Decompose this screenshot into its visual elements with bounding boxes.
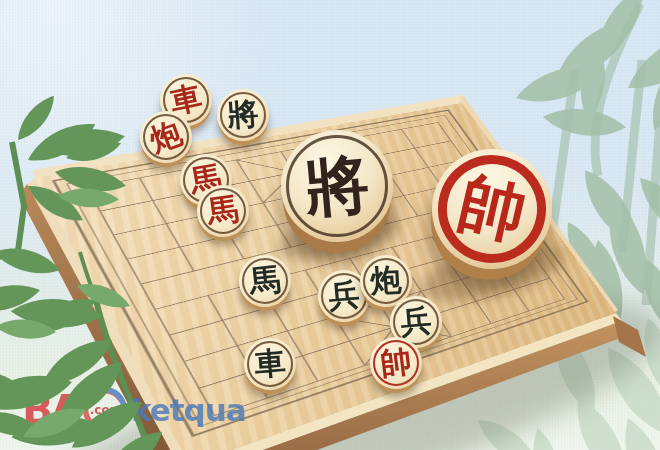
piece-black-chariot[interactable]: 車 (244, 338, 296, 390)
piece-red-cannon[interactable]: 炮 (140, 111, 192, 163)
piece-char: 車 (242, 336, 298, 392)
piece-char: 馬 (194, 182, 253, 241)
piece-char: 帥 (367, 334, 425, 392)
piece-char: 將 (276, 125, 397, 246)
pieces-layer: 車 將 炮 馬 馬 將 帥 馬 兵 炮 兵 車 帥 (0, 0, 660, 450)
piece-char: 將 (215, 87, 271, 143)
piece-red-horse-2[interactable]: 馬 (197, 185, 249, 237)
piece-red-general-small[interactable]: 帥 (370, 337, 422, 389)
piece-big-black-general[interactable]: 將 (281, 130, 393, 242)
piece-black-horse[interactable]: 馬 (239, 255, 291, 307)
xiangqi-promo-scene: BA.comketqua (0, 0, 660, 450)
piece-black-general-small[interactable]: 將 (217, 89, 269, 141)
piece-char: 馬 (236, 252, 293, 309)
